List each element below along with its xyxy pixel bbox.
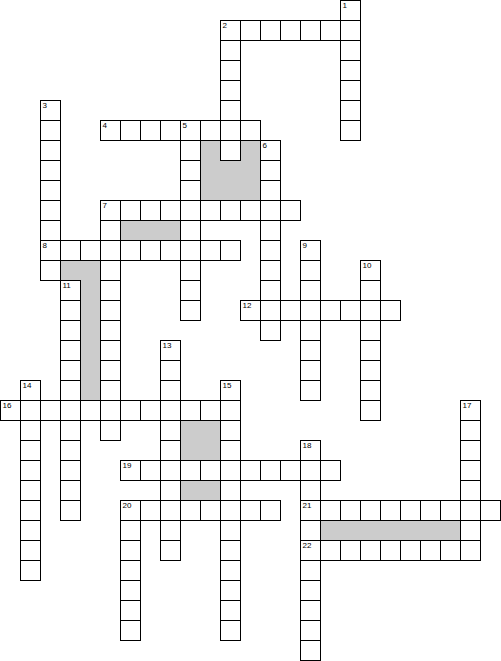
cell[interactable] [120, 500, 141, 521]
cell[interactable] [60, 460, 81, 481]
cell[interactable] [20, 460, 41, 481]
cell[interactable] [180, 220, 201, 241]
cell[interactable] [60, 400, 81, 421]
cell[interactable] [160, 120, 181, 141]
cell[interactable] [120, 460, 141, 481]
cell[interactable] [160, 460, 181, 481]
cell[interactable] [160, 520, 181, 541]
cell[interactable] [200, 500, 221, 521]
cell[interactable] [220, 400, 241, 421]
cell[interactable] [60, 280, 81, 301]
cell[interactable] [40, 200, 61, 221]
cell[interactable] [160, 380, 181, 401]
cell[interactable] [80, 240, 101, 261]
cell[interactable] [40, 260, 61, 281]
cell[interactable] [120, 400, 141, 421]
cell[interactable] [460, 500, 481, 521]
cell[interactable] [20, 540, 41, 561]
cell[interactable] [200, 400, 221, 421]
cell[interactable] [320, 20, 341, 41]
cell[interactable] [400, 540, 421, 561]
cell[interactable] [20, 500, 41, 521]
cell[interactable] [300, 520, 321, 541]
cell[interactable] [140, 460, 161, 481]
cell[interactable] [420, 500, 441, 521]
cell[interactable] [380, 540, 401, 561]
cell[interactable] [100, 340, 121, 361]
cell[interactable] [100, 120, 121, 141]
cell[interactable] [460, 420, 481, 441]
cell[interactable] [260, 280, 281, 301]
cell[interactable] [120, 540, 141, 561]
cell[interactable] [460, 400, 481, 421]
cell[interactable] [240, 300, 261, 321]
cell[interactable] [40, 100, 61, 121]
cell[interactable] [60, 320, 81, 341]
cell[interactable] [180, 140, 201, 161]
cell[interactable] [80, 400, 101, 421]
shaded-region [181, 481, 220, 500]
cell[interactable] [60, 340, 81, 361]
cell[interactable] [280, 20, 301, 41]
cell[interactable] [360, 380, 381, 401]
cell[interactable] [120, 600, 141, 621]
cell[interactable] [100, 400, 121, 421]
cell[interactable] [360, 300, 381, 321]
cell[interactable] [360, 360, 381, 381]
cell[interactable] [300, 300, 321, 321]
cell[interactable] [340, 60, 361, 81]
cell[interactable] [340, 500, 361, 521]
cell[interactable] [100, 420, 121, 441]
cell[interactable] [20, 560, 41, 581]
cell[interactable] [20, 400, 41, 421]
cell[interactable] [380, 500, 401, 521]
cell[interactable] [120, 120, 141, 141]
cell[interactable] [300, 620, 321, 641]
cell[interactable] [260, 300, 281, 321]
cell[interactable] [220, 240, 241, 261]
shaded-region [321, 521, 460, 540]
cell[interactable] [20, 420, 41, 441]
cell[interactable] [300, 380, 321, 401]
cell[interactable] [180, 500, 201, 521]
cell[interactable] [260, 20, 281, 41]
cell[interactable] [340, 100, 361, 121]
cell[interactable] [20, 480, 41, 501]
cell[interactable] [220, 100, 241, 121]
cell[interactable] [300, 560, 321, 581]
cell[interactable] [220, 420, 241, 441]
cell[interactable] [440, 500, 461, 521]
cell[interactable] [360, 500, 381, 521]
cell[interactable] [20, 440, 41, 461]
shaded-region [121, 221, 180, 240]
cell[interactable] [460, 480, 481, 501]
cell[interactable] [100, 280, 121, 301]
cell[interactable] [220, 20, 241, 41]
cell[interactable] [280, 300, 301, 321]
cell[interactable] [360, 400, 381, 421]
cell[interactable] [100, 360, 121, 381]
cell[interactable] [300, 480, 321, 501]
cell[interactable] [220, 460, 241, 481]
cell[interactable] [40, 160, 61, 181]
cell[interactable] [380, 300, 401, 321]
cell[interactable] [120, 240, 141, 261]
cell[interactable] [60, 300, 81, 321]
cell[interactable] [460, 520, 481, 541]
cell[interactable] [180, 180, 201, 201]
cell[interactable] [200, 240, 221, 261]
cell[interactable] [100, 260, 121, 281]
cell[interactable] [160, 500, 181, 521]
cell[interactable] [300, 280, 321, 301]
cell[interactable] [300, 640, 321, 661]
cell[interactable] [340, 40, 361, 61]
cell[interactable] [420, 540, 441, 561]
cell[interactable] [220, 540, 241, 561]
cell[interactable] [340, 0, 361, 21]
cell[interactable] [400, 500, 421, 521]
cell[interactable] [100, 380, 121, 401]
cell[interactable] [160, 400, 181, 421]
cell[interactable] [260, 200, 281, 221]
cell[interactable] [220, 200, 241, 221]
crossword-board: 24781216192021221356910111314151718 [0, 0, 501, 661]
cell[interactable] [120, 520, 141, 541]
cell[interactable] [40, 400, 61, 421]
cell[interactable] [260, 460, 281, 481]
cell[interactable] [260, 220, 281, 241]
cell[interactable] [300, 360, 321, 381]
cell[interactable] [200, 200, 221, 221]
cell[interactable] [220, 480, 241, 501]
cell[interactable] [160, 200, 181, 221]
cell[interactable] [280, 200, 301, 221]
cell[interactable] [300, 440, 321, 461]
cell[interactable] [140, 240, 161, 261]
cell[interactable] [220, 560, 241, 581]
cell[interactable] [60, 420, 81, 441]
cell[interactable] [340, 80, 361, 101]
cell[interactable] [160, 240, 181, 261]
cell[interactable] [280, 460, 301, 481]
cell[interactable] [220, 40, 241, 61]
cell[interactable] [240, 20, 261, 41]
cell[interactable] [0, 400, 21, 421]
cell[interactable] [220, 520, 241, 541]
cell[interactable] [40, 140, 61, 161]
cell[interactable] [180, 200, 201, 221]
cell[interactable] [120, 580, 141, 601]
cell[interactable] [220, 380, 241, 401]
cell[interactable] [340, 120, 361, 141]
cell[interactable] [100, 320, 121, 341]
cell[interactable] [360, 540, 381, 561]
cell[interactable] [60, 500, 81, 521]
cell[interactable] [260, 180, 281, 201]
cell[interactable] [220, 120, 241, 141]
cell[interactable] [300, 500, 321, 521]
cell[interactable] [440, 540, 461, 561]
cell[interactable] [40, 240, 61, 261]
cell[interactable] [220, 80, 241, 101]
cell[interactable] [60, 240, 81, 261]
cell[interactable] [140, 120, 161, 141]
cell[interactable] [180, 400, 201, 421]
cell[interactable] [220, 60, 241, 81]
cell[interactable] [160, 440, 181, 461]
shaded-region [81, 261, 100, 400]
cell[interactable] [180, 120, 201, 141]
cell[interactable] [220, 620, 241, 641]
cell[interactable] [460, 540, 481, 561]
cell[interactable] [120, 620, 141, 641]
cell[interactable] [220, 580, 241, 601]
cell[interactable] [180, 160, 201, 181]
cell[interactable] [20, 520, 41, 541]
cell[interactable] [220, 440, 241, 461]
cell[interactable] [460, 440, 481, 461]
cell[interactable] [180, 240, 201, 261]
cell[interactable] [100, 240, 121, 261]
cell[interactable] [160, 360, 181, 381]
cell[interactable] [180, 280, 201, 301]
cell[interactable] [320, 500, 341, 521]
cell[interactable] [220, 500, 241, 521]
cell[interactable] [120, 560, 141, 581]
cell[interactable] [300, 600, 321, 621]
cell[interactable] [260, 320, 281, 341]
cell[interactable] [340, 540, 361, 561]
cell[interactable] [300, 320, 321, 341]
cell[interactable] [160, 480, 181, 501]
cell[interactable] [20, 380, 41, 401]
cell[interactable] [320, 540, 341, 561]
cell[interactable] [360, 340, 381, 361]
cell[interactable] [220, 140, 241, 161]
cell[interactable] [40, 120, 61, 141]
cell[interactable] [140, 200, 161, 221]
cell[interactable] [40, 180, 61, 201]
cell[interactable] [200, 120, 221, 141]
cell[interactable] [300, 580, 321, 601]
cell[interactable] [40, 220, 61, 241]
cell[interactable] [240, 500, 261, 521]
cell[interactable] [260, 140, 281, 161]
cell[interactable] [120, 200, 141, 221]
cell[interactable] [60, 360, 81, 381]
cell[interactable] [180, 460, 201, 481]
cell[interactable] [240, 460, 261, 481]
cell[interactable] [160, 540, 181, 561]
cell[interactable] [340, 300, 361, 321]
cell[interactable] [180, 300, 201, 321]
cell[interactable] [160, 420, 181, 441]
cell[interactable] [100, 300, 121, 321]
cell[interactable] [460, 460, 481, 481]
cell[interactable] [360, 260, 381, 281]
cell[interactable] [260, 240, 281, 261]
cell[interactable] [140, 400, 161, 421]
cell[interactable] [340, 20, 361, 41]
cell[interactable] [320, 300, 341, 321]
cell[interactable] [260, 160, 281, 181]
cell[interactable] [140, 500, 161, 521]
cell[interactable] [200, 460, 221, 481]
cell[interactable] [100, 200, 121, 221]
cell[interactable] [160, 340, 181, 361]
cell[interactable] [220, 600, 241, 621]
cell[interactable] [100, 220, 121, 241]
cell[interactable] [180, 260, 201, 281]
cell[interactable] [60, 480, 81, 501]
shaded-region [181, 421, 220, 460]
cell[interactable] [300, 20, 321, 41]
cell[interactable] [300, 340, 321, 361]
cell[interactable] [60, 440, 81, 461]
cell[interactable] [360, 320, 381, 341]
cell[interactable] [240, 120, 261, 141]
cell[interactable] [300, 540, 321, 561]
cell[interactable] [300, 240, 321, 261]
cell[interactable] [480, 500, 501, 521]
cell[interactable] [240, 200, 261, 221]
cell[interactable] [60, 380, 81, 401]
cell[interactable] [300, 260, 321, 281]
cell[interactable] [260, 260, 281, 281]
cell[interactable] [360, 280, 381, 301]
cell[interactable] [320, 460, 341, 481]
cell[interactable] [300, 460, 321, 481]
cell[interactable] [260, 500, 281, 521]
